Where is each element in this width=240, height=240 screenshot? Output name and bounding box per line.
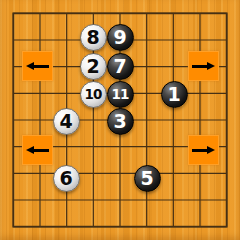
stone-black-11[interactable]: 11 bbox=[107, 81, 134, 108]
right-arrow-icon bbox=[192, 146, 215, 154]
move-number-label: 5 bbox=[140, 169, 153, 188]
move-number-label: 7 bbox=[113, 56, 126, 75]
move-number-label: 9 bbox=[113, 28, 126, 47]
move-number-label: 11 bbox=[112, 87, 129, 101]
stone-black-1[interactable]: 1 bbox=[161, 81, 188, 108]
stone-white-8[interactable]: 8 bbox=[80, 24, 107, 51]
move-number-label: 8 bbox=[86, 28, 99, 47]
move-number-label: 10 bbox=[85, 87, 102, 101]
stone-black-5[interactable]: 5 bbox=[134, 165, 161, 192]
white-stone[interactable]: 8 bbox=[80, 24, 107, 51]
stone-white-4[interactable]: 4 bbox=[53, 108, 80, 135]
move-number-label: 2 bbox=[86, 56, 99, 75]
left-arrow-icon bbox=[26, 146, 49, 154]
arrow-right-marker[interactable] bbox=[188, 135, 219, 165]
white-stone[interactable]: 2 bbox=[80, 53, 107, 80]
go-board[interactable]: 1234567891011 bbox=[0, 0, 240, 240]
right-arrow-icon bbox=[192, 62, 215, 70]
stone-white-10[interactable]: 10 bbox=[80, 81, 107, 108]
arrow-right-marker[interactable] bbox=[188, 51, 219, 81]
black-stone[interactable]: 3 bbox=[107, 108, 134, 135]
black-stone[interactable]: 9 bbox=[107, 24, 134, 51]
move-number-label: 4 bbox=[59, 112, 72, 131]
stone-black-9[interactable]: 9 bbox=[107, 24, 134, 51]
black-stone[interactable]: 11 bbox=[107, 81, 134, 108]
stone-black-3[interactable]: 3 bbox=[107, 108, 134, 135]
black-stone[interactable]: 7 bbox=[107, 53, 134, 80]
black-stone[interactable]: 5 bbox=[134, 165, 161, 192]
stone-white-6[interactable]: 6 bbox=[53, 165, 80, 192]
stone-white-2[interactable]: 2 bbox=[80, 51, 107, 81]
left-arrow-icon bbox=[26, 62, 49, 70]
move-number-label: 3 bbox=[113, 112, 126, 131]
move-number-label: 6 bbox=[59, 169, 72, 188]
white-stone[interactable]: 4 bbox=[53, 108, 80, 135]
arrow-left-marker[interactable] bbox=[22, 51, 53, 81]
black-stone[interactable]: 1 bbox=[161, 81, 188, 108]
white-stone[interactable]: 6 bbox=[53, 165, 80, 192]
move-number-label: 1 bbox=[167, 85, 180, 104]
arrow-tile[interactable] bbox=[22, 51, 53, 81]
stone-black-7[interactable]: 7 bbox=[107, 51, 134, 81]
board-intersections[interactable]: 1234567891011 bbox=[0, 0, 240, 240]
arrow-tile[interactable] bbox=[188, 51, 219, 81]
arrow-left-marker[interactable] bbox=[22, 135, 53, 165]
arrow-tile[interactable] bbox=[22, 135, 53, 165]
white-stone[interactable]: 10 bbox=[80, 81, 107, 108]
arrow-tile[interactable] bbox=[188, 135, 219, 165]
